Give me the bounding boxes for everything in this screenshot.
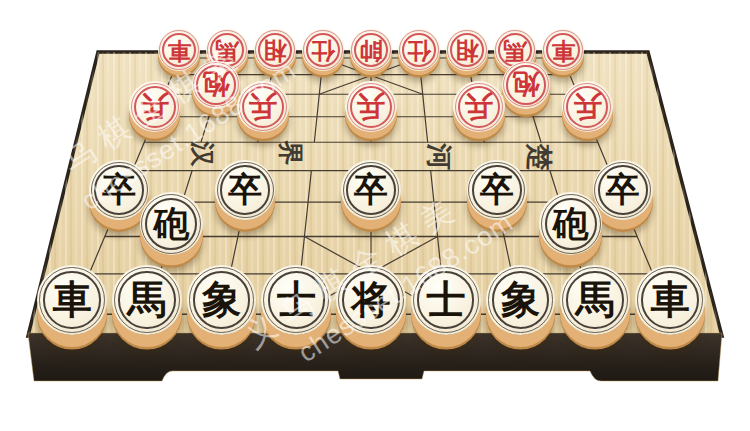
piece-character: 車	[37, 265, 107, 335]
piece-character: 兵	[129, 81, 180, 132]
piece-character: 士	[261, 265, 331, 335]
piece-character: 卒	[467, 160, 528, 221]
black-advisor: 士	[261, 265, 331, 335]
piece-character: 兵	[345, 81, 396, 132]
piece-character: 馬	[112, 265, 182, 335]
black-soldier: 卒	[341, 160, 402, 221]
piece-character: 士	[411, 265, 481, 335]
red-general: 帥	[350, 29, 392, 71]
piece-character: 仕	[302, 29, 344, 71]
piece-character: 馬	[560, 265, 630, 335]
red-elephant: 相	[446, 29, 488, 71]
piece-character: 砲	[539, 192, 603, 256]
xiangqi-product-photo: 汉界河楚 車馬相仕帥仕相馬車炮炮兵兵兵兵兵卒卒卒卒卒砲砲車馬象士将士象馬車 义乌…	[0, 0, 750, 431]
black-elephant: 象	[187, 265, 257, 335]
piece-character: 相	[254, 29, 296, 71]
red-cannon: 炮	[192, 61, 240, 109]
piece-character: 象	[486, 265, 556, 335]
black-chariot: 車	[37, 265, 107, 335]
piece-character: 帥	[350, 29, 392, 71]
black-soldier: 卒	[467, 160, 528, 221]
red-soldier: 兵	[453, 81, 504, 132]
black-horse: 馬	[112, 265, 182, 335]
red-soldier: 兵	[129, 81, 180, 132]
piece-character: 卒	[341, 160, 402, 221]
black-general: 将	[336, 265, 406, 335]
piece-character: 炮	[192, 61, 240, 109]
red-soldier: 兵	[345, 81, 396, 132]
piece-character: 炮	[502, 61, 550, 109]
black-advisor: 士	[411, 265, 481, 335]
piece-layer: 車馬相仕帥仕相馬車炮炮兵兵兵兵兵卒卒卒卒卒砲砲車馬象士将士象馬車	[0, 0, 750, 431]
piece-character: 車	[635, 265, 705, 335]
black-elephant: 象	[486, 265, 556, 335]
black-horse: 馬	[560, 265, 630, 335]
red-elephant: 相	[254, 29, 296, 71]
piece-character: 兵	[237, 81, 288, 132]
red-cannon: 炮	[502, 61, 550, 109]
red-soldier: 兵	[237, 81, 288, 132]
red-advisor: 仕	[302, 29, 344, 71]
piece-character: 将	[336, 265, 406, 335]
piece-character: 砲	[140, 192, 204, 256]
black-cannon: 砲	[140, 192, 204, 256]
piece-character: 卒	[215, 160, 276, 221]
black-soldier: 卒	[215, 160, 276, 221]
red-soldier: 兵	[562, 81, 613, 132]
piece-character: 兵	[562, 81, 613, 132]
red-advisor: 仕	[398, 29, 440, 71]
piece-character: 兵	[453, 81, 504, 132]
black-chariot: 車	[635, 265, 705, 335]
piece-character: 相	[446, 29, 488, 71]
piece-character: 象	[187, 265, 257, 335]
black-cannon: 砲	[539, 192, 603, 256]
piece-character: 仕	[398, 29, 440, 71]
